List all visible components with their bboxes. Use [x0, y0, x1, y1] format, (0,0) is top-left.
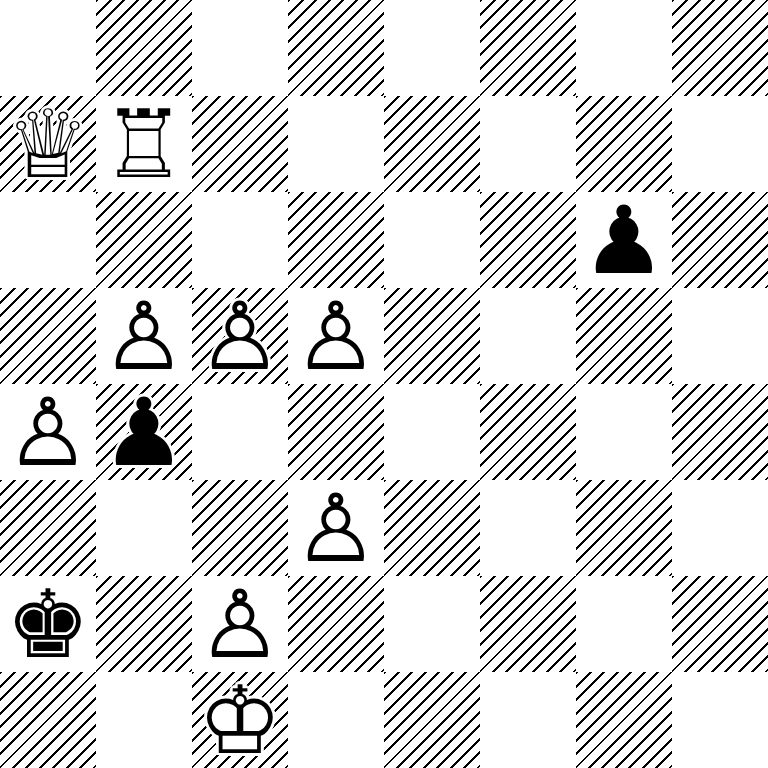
- square-d4[interactable]: [288, 384, 384, 480]
- square-d1[interactable]: [288, 672, 384, 768]
- white-pawn-icon: ♟: [192, 288, 288, 384]
- white-king-outline-icon: ♔: [192, 672, 288, 768]
- white-queen-icon: ♛: [0, 96, 96, 192]
- square-d6[interactable]: [288, 192, 384, 288]
- white-pawn-outline-icon: ♙: [192, 576, 288, 672]
- piece-white-pawn-d3: ♟♙: [288, 480, 384, 576]
- piece-white-pawn-a4: ♟♙: [0, 384, 96, 480]
- white-rook-outline-icon: ♖: [96, 96, 192, 192]
- square-b7[interactable]: ♜♖: [96, 96, 192, 192]
- square-f2[interactable]: [480, 576, 576, 672]
- white-pawn-icon: ♟: [0, 384, 96, 480]
- square-c1[interactable]: ♚♔: [192, 672, 288, 768]
- white-pawn-outline-icon: ♙: [0, 384, 96, 480]
- square-a4[interactable]: ♟♙: [0, 384, 96, 480]
- square-g5[interactable]: [576, 288, 672, 384]
- square-f7[interactable]: [480, 96, 576, 192]
- white-pawn-icon: ♟: [288, 288, 384, 384]
- piece-white-pawn-c2: ♟♙: [192, 576, 288, 672]
- square-a8[interactable]: [0, 0, 96, 96]
- square-e5[interactable]: [384, 288, 480, 384]
- square-e6[interactable]: [384, 192, 480, 288]
- square-e3[interactable]: [384, 480, 480, 576]
- square-e2[interactable]: [384, 576, 480, 672]
- black-king-icon: ♚: [0, 576, 96, 672]
- white-pawn-outline-icon: ♙: [192, 288, 288, 384]
- square-f6[interactable]: [480, 192, 576, 288]
- square-f5[interactable]: [480, 288, 576, 384]
- white-pawn-outline-icon: ♙: [96, 288, 192, 384]
- white-pawn-icon: ♟: [192, 576, 288, 672]
- square-e8[interactable]: [384, 0, 480, 96]
- square-b6[interactable]: [96, 192, 192, 288]
- square-g2[interactable]: [576, 576, 672, 672]
- square-b5[interactable]: ♟♙: [96, 288, 192, 384]
- square-b1[interactable]: [96, 672, 192, 768]
- square-c8[interactable]: [192, 0, 288, 96]
- piece-white-king-c1: ♚♔: [192, 672, 288, 768]
- white-pawn-icon: ♟: [288, 480, 384, 576]
- chessboard: ♛♕♜♖♟♟♙♟♙♟♙♟♙♟♟♙♚♟♙♚♔: [0, 0, 768, 768]
- square-c6[interactable]: [192, 192, 288, 288]
- piece-white-pawn-b5: ♟♙: [96, 288, 192, 384]
- square-e1[interactable]: [384, 672, 480, 768]
- square-e4[interactable]: [384, 384, 480, 480]
- square-c2[interactable]: ♟♙: [192, 576, 288, 672]
- square-h8[interactable]: [672, 0, 768, 96]
- square-h4[interactable]: [672, 384, 768, 480]
- piece-black-pawn-g6: ♟: [576, 192, 672, 288]
- square-d2[interactable]: [288, 576, 384, 672]
- black-pawn-icon: ♟: [576, 192, 672, 288]
- piece-white-pawn-c5: ♟♙: [192, 288, 288, 384]
- square-f1[interactable]: [480, 672, 576, 768]
- square-g3[interactable]: [576, 480, 672, 576]
- white-queen-outline-icon: ♕: [0, 96, 96, 192]
- square-a2[interactable]: ♚: [0, 576, 96, 672]
- square-h6[interactable]: [672, 192, 768, 288]
- piece-black-king-a2: ♚: [0, 576, 96, 672]
- square-d5[interactable]: ♟♙: [288, 288, 384, 384]
- square-b8[interactable]: [96, 0, 192, 96]
- square-h2[interactable]: [672, 576, 768, 672]
- square-b4[interactable]: ♟: [96, 384, 192, 480]
- square-f3[interactable]: [480, 480, 576, 576]
- square-c4[interactable]: [192, 384, 288, 480]
- square-h7[interactable]: [672, 96, 768, 192]
- square-d7[interactable]: [288, 96, 384, 192]
- square-c5[interactable]: ♟♙: [192, 288, 288, 384]
- square-a5[interactable]: [0, 288, 96, 384]
- square-d3[interactable]: ♟♙: [288, 480, 384, 576]
- square-a6[interactable]: [0, 192, 96, 288]
- square-g1[interactable]: [576, 672, 672, 768]
- piece-white-pawn-d5: ♟♙: [288, 288, 384, 384]
- piece-white-queen-a7: ♛♕: [0, 96, 96, 192]
- square-g8[interactable]: [576, 0, 672, 96]
- square-g4[interactable]: [576, 384, 672, 480]
- square-a3[interactable]: [0, 480, 96, 576]
- square-g6[interactable]: ♟: [576, 192, 672, 288]
- white-pawn-outline-icon: ♙: [288, 480, 384, 576]
- square-c7[interactable]: [192, 96, 288, 192]
- square-d8[interactable]: [288, 0, 384, 96]
- white-pawn-outline-icon: ♙: [288, 288, 384, 384]
- black-pawn-icon: ♟: [96, 384, 192, 480]
- square-b3[interactable]: [96, 480, 192, 576]
- square-f8[interactable]: [480, 0, 576, 96]
- white-rook-icon: ♜: [96, 96, 192, 192]
- square-c3[interactable]: [192, 480, 288, 576]
- square-a7[interactable]: ♛♕: [0, 96, 96, 192]
- square-f4[interactable]: [480, 384, 576, 480]
- piece-white-rook-b7: ♜♖: [96, 96, 192, 192]
- square-e7[interactable]: [384, 96, 480, 192]
- square-h3[interactable]: [672, 480, 768, 576]
- square-h5[interactable]: [672, 288, 768, 384]
- square-b2[interactable]: [96, 576, 192, 672]
- white-king-icon: ♚: [192, 672, 288, 768]
- square-g7[interactable]: [576, 96, 672, 192]
- square-a1[interactable]: [0, 672, 96, 768]
- piece-black-pawn-b4: ♟: [96, 384, 192, 480]
- white-pawn-icon: ♟: [96, 288, 192, 384]
- square-h1[interactable]: [672, 672, 768, 768]
